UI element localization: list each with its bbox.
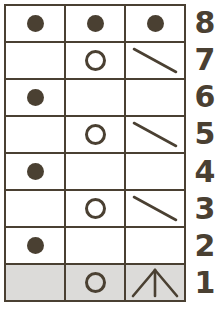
cell-r5-c3 <box>126 117 184 152</box>
cell-r3-c1 <box>6 191 64 226</box>
cell-r7-c3 <box>126 43 184 78</box>
row-label-4: 4 <box>188 153 222 190</box>
row-label-5: 5 <box>188 116 222 153</box>
central-double-decrease-icon <box>126 265 184 300</box>
right-leaning-decrease-icon <box>126 191 184 226</box>
row-label-3: 3 <box>188 190 222 227</box>
cell-r6-c3 <box>126 80 184 115</box>
cell-r1-c2 <box>66 265 124 300</box>
row-label-6: 6 <box>188 79 222 116</box>
cell-r1-c1 <box>6 265 64 300</box>
cell-r2-c3 <box>126 228 184 263</box>
yarn-over-icon <box>85 272 106 293</box>
row-label-2: 2 <box>188 228 222 265</box>
cell-r8-c3 <box>126 6 184 41</box>
yarn-over-icon <box>85 124 106 145</box>
purl-dot-icon <box>147 15 164 32</box>
right-leaning-decrease-icon <box>126 117 184 152</box>
cell-r8-c1 <box>6 6 64 41</box>
cell-r6-c1 <box>6 80 64 115</box>
yarn-over-icon <box>85 198 106 219</box>
cell-r2-c1 <box>6 228 64 263</box>
cell-r5-c2 <box>66 117 124 152</box>
cell-r7-c2 <box>66 43 124 78</box>
row-number-column: 87654321 <box>188 4 222 302</box>
cell-r3-c3 <box>126 191 184 226</box>
cell-r3-c2 <box>66 191 124 226</box>
cell-r2-c2 <box>66 228 124 263</box>
cell-r8-c2 <box>66 6 124 41</box>
cell-r5-c1 <box>6 117 64 152</box>
cell-r4-c1 <box>6 154 64 189</box>
yarn-over-icon <box>85 50 106 71</box>
row-label-7: 7 <box>188 41 222 78</box>
knitting-chart: 87654321 <box>0 0 222 309</box>
purl-dot-icon <box>27 237 44 254</box>
purl-dot-icon <box>27 89 44 106</box>
cell-r7-c1 <box>6 43 64 78</box>
purl-dot-icon <box>27 15 44 32</box>
cell-r4-c2 <box>66 154 124 189</box>
cell-r4-c3 <box>126 154 184 189</box>
chart-grid <box>4 4 186 302</box>
row-label-8: 8 <box>188 4 222 41</box>
purl-dot-icon <box>27 163 44 180</box>
row-label-1: 1 <box>188 265 222 302</box>
right-leaning-decrease-icon <box>126 43 184 78</box>
purl-dot-icon <box>87 15 104 32</box>
cell-r1-c3 <box>126 265 184 300</box>
cell-r6-c2 <box>66 80 124 115</box>
